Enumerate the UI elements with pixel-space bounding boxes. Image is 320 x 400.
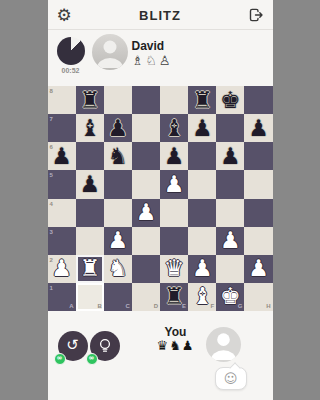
opponent-clock-dial bbox=[57, 37, 85, 65]
square-a6[interactable]: 6♟ bbox=[48, 142, 76, 170]
square-a2[interactable]: 2♟ bbox=[48, 255, 76, 283]
rank-label-4: 4 bbox=[50, 201, 53, 207]
piece-black-bishop[interactable]: ♝ bbox=[79, 117, 100, 140]
undo-count-badge: ∞ bbox=[54, 353, 66, 365]
square-b2[interactable]: ♜ bbox=[76, 255, 104, 283]
square-c3[interactable]: ♟ bbox=[104, 227, 132, 255]
square-f8[interactable]: ♜ bbox=[188, 86, 216, 114]
opponent-name: David bbox=[132, 39, 165, 53]
piece-black-rook[interactable]: ♜ bbox=[79, 89, 100, 112]
lightbulb-icon bbox=[96, 337, 114, 355]
chat-emoji-button[interactable]: ☺ bbox=[215, 367, 247, 390]
opponent-avatar-photo[interactable] bbox=[92, 34, 128, 70]
piece-black-pawn[interactable]: ♟ bbox=[248, 117, 269, 140]
piece-black-rook[interactable]: ♜ bbox=[192, 89, 213, 112]
square-d2[interactable] bbox=[132, 255, 160, 283]
piece-white-rook[interactable]: ♜ bbox=[79, 257, 100, 280]
piece-black-pawn[interactable]: ♟ bbox=[192, 117, 213, 140]
square-d6[interactable] bbox=[132, 142, 160, 170]
exit-game-icon[interactable] bbox=[247, 6, 265, 28]
rank-label-2: 2 bbox=[50, 257, 53, 263]
square-g1[interactable]: G♚ bbox=[216, 283, 244, 311]
square-a7[interactable]: 7 bbox=[48, 114, 76, 142]
opponent-panel: 00:52 David ♗♘♙ bbox=[48, 30, 273, 86]
piece-white-pawn[interactable]: ♟ bbox=[192, 257, 213, 280]
square-d5[interactable] bbox=[132, 170, 160, 198]
hint-count-badge: ∞ bbox=[86, 353, 98, 365]
square-f1[interactable]: F♝ bbox=[188, 283, 216, 311]
piece-black-king[interactable]: ♚ bbox=[220, 89, 241, 112]
square-c2[interactable]: ♞ bbox=[104, 255, 132, 283]
piece-white-pawn[interactable]: ♟ bbox=[108, 229, 129, 252]
square-d7[interactable] bbox=[132, 114, 160, 142]
square-f7[interactable]: ♟ bbox=[188, 114, 216, 142]
square-a5[interactable]: 5 bbox=[48, 170, 76, 198]
file-label-d: D bbox=[154, 303, 158, 309]
square-c6[interactable]: ♞ bbox=[104, 142, 132, 170]
square-b8[interactable]: ♜ bbox=[76, 86, 104, 114]
square-c8[interactable] bbox=[104, 86, 132, 114]
square-b7[interactable]: ♝ bbox=[76, 114, 104, 142]
rank-label-3: 3 bbox=[50, 229, 53, 235]
square-g2[interactable] bbox=[216, 255, 244, 283]
file-label-a: A bbox=[69, 303, 73, 309]
square-e2[interactable]: ♛ bbox=[160, 255, 188, 283]
piece-black-knight[interactable]: ♞ bbox=[108, 145, 129, 168]
square-h6[interactable] bbox=[244, 142, 272, 170]
square-g5[interactable] bbox=[216, 170, 244, 198]
square-d8[interactable] bbox=[132, 86, 160, 114]
piece-black-pawn[interactable]: ♟ bbox=[51, 145, 72, 168]
rank-label-1: 1 bbox=[50, 285, 53, 291]
piece-white-pawn[interactable]: ♟ bbox=[136, 201, 157, 224]
file-label-c: C bbox=[126, 303, 130, 309]
square-b5[interactable]: ♟ bbox=[76, 170, 104, 198]
opponent-captured-pieces: ♗♘♙ bbox=[132, 53, 173, 68]
piece-black-bishop[interactable]: ♝ bbox=[164, 117, 185, 140]
square-g8[interactable]: ♚ bbox=[216, 86, 244, 114]
piece-white-pawn[interactable]: ♟ bbox=[51, 257, 72, 280]
chess-board[interactable]: 8♜♜♚7♝♟♝♟♟6♟♞♟♟5♟♟4♟3♟♟2♟♜♞♛♟♟1ABCDE♜F♝G… bbox=[48, 86, 273, 311]
square-d3[interactable] bbox=[132, 227, 160, 255]
rank-label-7: 7 bbox=[50, 116, 53, 122]
undo-arrow-icon: ↺ bbox=[66, 338, 79, 353]
piece-black-pawn[interactable]: ♟ bbox=[164, 145, 185, 168]
square-h2[interactable]: ♟ bbox=[244, 255, 272, 283]
you-name: You bbox=[148, 325, 204, 339]
you-avatar[interactable] bbox=[206, 327, 241, 362]
file-label-g: G bbox=[238, 303, 243, 309]
piece-black-pawn[interactable]: ♟ bbox=[220, 145, 241, 168]
square-a1[interactable]: 1A bbox=[48, 283, 76, 311]
square-c7[interactable]: ♟ bbox=[104, 114, 132, 142]
square-b4[interactable] bbox=[76, 199, 104, 227]
square-g6[interactable]: ♟ bbox=[216, 142, 244, 170]
smiley-icon: ☺ bbox=[224, 372, 238, 385]
you-captured-pieces: ♛♞♟ bbox=[148, 338, 204, 353]
file-label-b: B bbox=[97, 303, 101, 309]
square-e3[interactable] bbox=[160, 227, 188, 255]
file-label-f: F bbox=[211, 303, 215, 309]
square-d4[interactable]: ♟ bbox=[132, 199, 160, 227]
square-h8[interactable] bbox=[244, 86, 272, 114]
bottom-panel: ↺ ∞ ∞ You ♛♞♟ ☺ bbox=[48, 311, 273, 400]
header-bar: ⚙ BLITZ bbox=[48, 0, 273, 30]
square-h5[interactable] bbox=[244, 170, 272, 198]
square-c4[interactable] bbox=[104, 199, 132, 227]
square-g7[interactable] bbox=[216, 114, 244, 142]
rank-label-5: 5 bbox=[50, 172, 53, 178]
opponent-clock-time: 00:52 bbox=[50, 67, 92, 74]
piece-white-bishop[interactable]: ♝ bbox=[192, 285, 213, 308]
piece-white-queen[interactable]: ♛ bbox=[164, 257, 185, 280]
rank-label-8: 8 bbox=[50, 88, 53, 94]
square-h7[interactable]: ♟ bbox=[244, 114, 272, 142]
square-f5[interactable] bbox=[188, 170, 216, 198]
square-b1[interactable]: B bbox=[76, 283, 104, 311]
piece-white-pawn[interactable]: ♟ bbox=[164, 173, 185, 196]
file-label-h: H bbox=[266, 303, 270, 309]
square-e4[interactable] bbox=[160, 199, 188, 227]
file-label-e: E bbox=[182, 303, 186, 309]
square-e5[interactable]: ♟ bbox=[160, 170, 188, 198]
square-f4[interactable] bbox=[188, 199, 216, 227]
square-g3[interactable]: ♟ bbox=[216, 227, 244, 255]
square-c5[interactable] bbox=[104, 170, 132, 198]
square-f2[interactable]: ♟ bbox=[188, 255, 216, 283]
square-b6[interactable] bbox=[76, 142, 104, 170]
app-window: ⚙ BLITZ 00:52 David ♗♘♙ 8♜♜♚7♝♟♝♟♟6♟♞♟♟5… bbox=[48, 0, 273, 400]
square-f3[interactable] bbox=[188, 227, 216, 255]
piece-black-pawn[interactable]: ♟ bbox=[79, 173, 100, 196]
square-e1[interactable]: E♜ bbox=[160, 283, 188, 311]
square-b3[interactable] bbox=[76, 227, 104, 255]
square-a3[interactable]: 3 bbox=[48, 227, 76, 255]
square-e7[interactable]: ♝ bbox=[160, 114, 188, 142]
square-a8[interactable]: 8 bbox=[48, 86, 76, 114]
square-d1[interactable]: D bbox=[132, 283, 160, 311]
square-f6[interactable] bbox=[188, 142, 216, 170]
game-mode-title: BLITZ bbox=[48, 8, 273, 23]
square-e8[interactable] bbox=[160, 86, 188, 114]
piece-white-pawn[interactable]: ♟ bbox=[248, 257, 269, 280]
rank-label-6: 6 bbox=[50, 144, 53, 150]
square-e6[interactable]: ♟ bbox=[160, 142, 188, 170]
piece-black-pawn[interactable]: ♟ bbox=[108, 117, 129, 140]
piece-white-pawn[interactable]: ♟ bbox=[220, 229, 241, 252]
piece-white-knight[interactable]: ♞ bbox=[108, 257, 129, 280]
square-c1[interactable]: C bbox=[104, 283, 132, 311]
square-a4[interactable]: 4 bbox=[48, 199, 76, 227]
square-h4[interactable] bbox=[244, 199, 272, 227]
square-h3[interactable] bbox=[244, 227, 272, 255]
square-h1[interactable]: H bbox=[244, 283, 272, 311]
square-g4[interactable] bbox=[216, 199, 244, 227]
